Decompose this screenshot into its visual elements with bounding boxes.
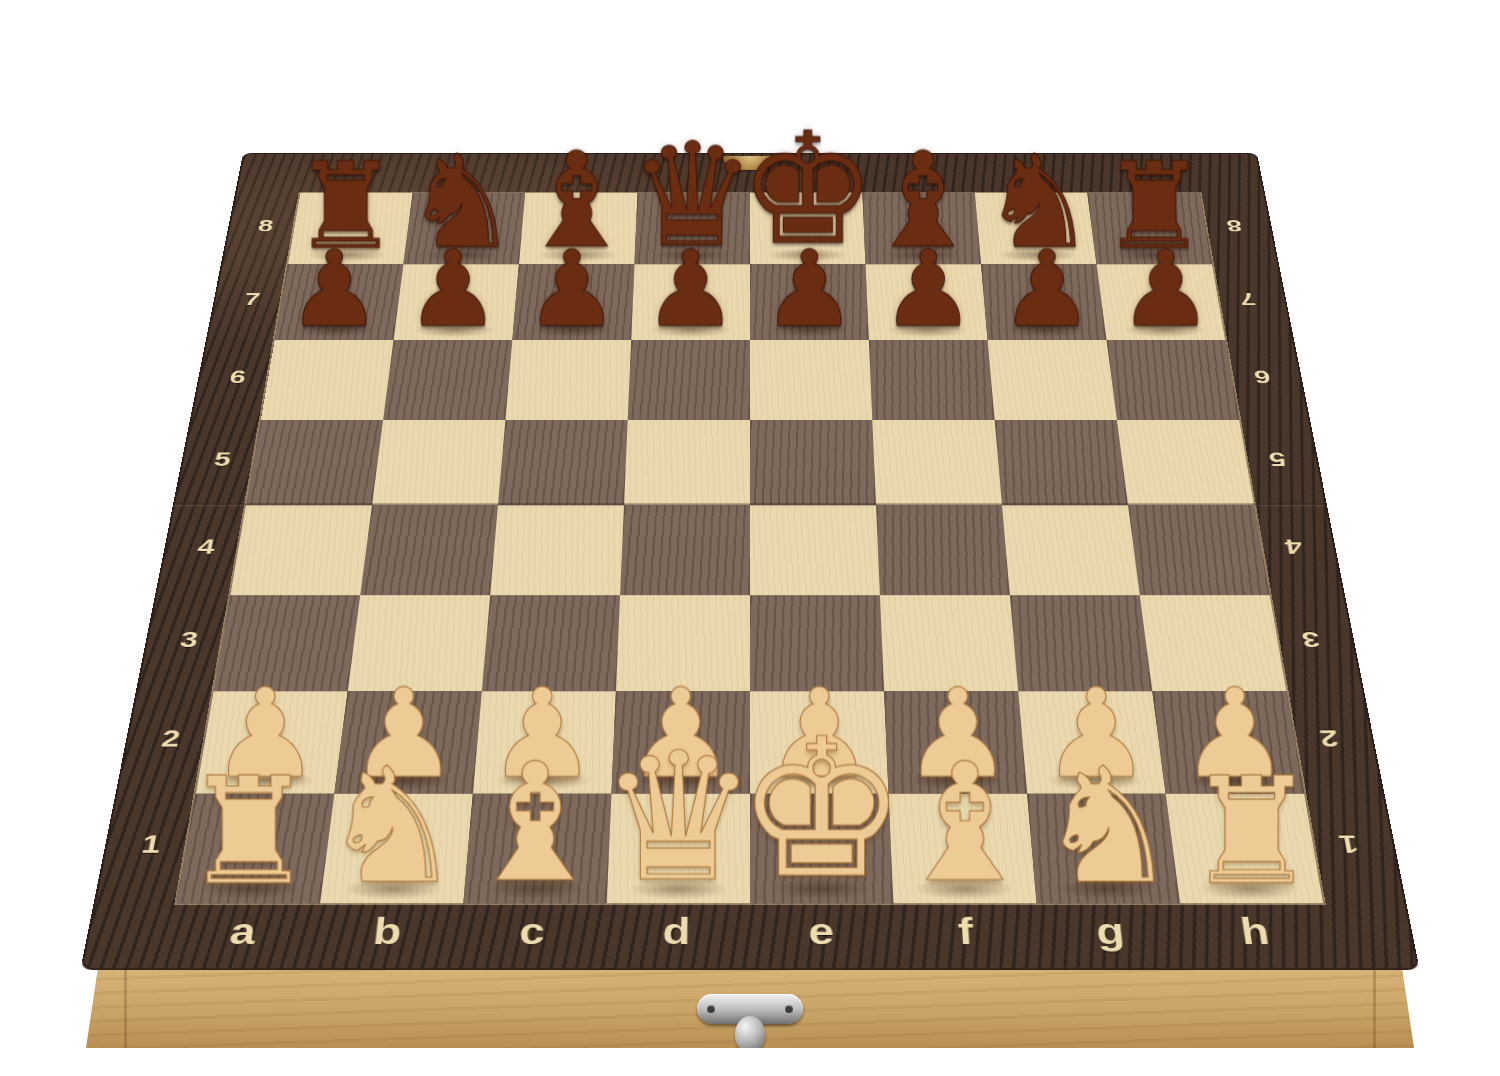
rank-label-right-6: 6	[1246, 366, 1279, 388]
square-a7[interactable]: ♟	[275, 264, 404, 340]
square-b1[interactable]: ♞	[320, 794, 473, 903]
chess-board: ♜♞♝♛♚♝♞♜♟♟♟♟♟♟♟♟♟♟♟♟♟♟♟♟♜♞♝♛♚♝♞♜	[177, 193, 1324, 904]
rank-label-left-4: 4	[189, 534, 224, 558]
rank-label-right-8: 8	[1219, 216, 1250, 235]
square-c7[interactable]: ♟	[512, 264, 634, 340]
file-label-f: f	[942, 911, 991, 952]
file-label-a: a	[217, 911, 269, 952]
square-h5[interactable]	[1117, 420, 1254, 505]
white-knight-b1[interactable]: ♞	[321, 750, 464, 901]
file-label-e: e	[798, 911, 845, 952]
square-f1[interactable]: ♝	[889, 794, 1037, 903]
rank-label-left-5: 5	[206, 448, 240, 471]
black-pawn-c7[interactable]: ♟	[525, 238, 620, 338]
square-a4[interactable]	[230, 505, 372, 595]
rank-label-left-6: 6	[221, 366, 254, 388]
square-a1[interactable]: ♜	[177, 794, 335, 903]
square-g7[interactable]: ♟	[981, 264, 1106, 340]
square-a5[interactable]	[246, 420, 383, 505]
square-e1[interactable]: ♚	[750, 794, 893, 903]
square-e5[interactable]	[750, 420, 876, 505]
rank-label-right-1: 1	[1329, 829, 1368, 858]
folding-chess-board: ♜♞♝♛♚♝♞♜♟♟♟♟♟♟♟♟♟♟♟♟♟♟♟♟♜♞♝♛♚♝♞♜ 8765432…	[83, 154, 1417, 968]
rank-label-left-3: 3	[171, 627, 207, 653]
file-label-b: b	[362, 911, 412, 952]
square-c4[interactable]	[490, 505, 624, 595]
square-e4[interactable]	[750, 505, 880, 595]
file-label-g: g	[1085, 911, 1135, 952]
square-b6[interactable]	[383, 340, 512, 420]
rank-label-right-7: 7	[1232, 289, 1264, 309]
square-d5[interactable]	[624, 420, 750, 505]
rank-label-right-4: 4	[1276, 534, 1311, 558]
square-d7[interactable]: ♟	[631, 264, 750, 340]
square-e7[interactable]: ♟	[750, 264, 869, 340]
square-g5[interactable]	[995, 420, 1128, 505]
rank-label-left-1: 1	[132, 829, 171, 858]
rank-label-right-5: 5	[1261, 448, 1295, 471]
square-a6[interactable]	[261, 340, 394, 420]
file-label-d: d	[653, 911, 700, 952]
black-pawn-d7[interactable]: ♟	[643, 238, 738, 338]
square-g6[interactable]	[988, 340, 1117, 420]
square-c6[interactable]	[505, 340, 631, 420]
rank-label-left-8: 8	[250, 216, 281, 235]
black-pawn-f7[interactable]: ♟	[881, 238, 976, 338]
square-f4[interactable]	[876, 505, 1010, 595]
square-g1[interactable]: ♞	[1027, 794, 1180, 903]
white-knight-g1[interactable]: ♞	[1037, 750, 1180, 901]
square-c1[interactable]: ♝	[463, 794, 611, 903]
black-pawn-a7[interactable]: ♟	[287, 238, 382, 338]
square-e6[interactable]	[750, 340, 872, 420]
square-b7[interactable]: ♟	[394, 264, 519, 340]
square-h7[interactable]: ♟	[1097, 264, 1226, 340]
rank-label-right-3: 3	[1293, 627, 1329, 653]
white-rook-a1[interactable]: ♜	[182, 761, 314, 901]
square-h1[interactable]: ♜	[1166, 794, 1324, 903]
file-label-h: h	[1229, 911, 1281, 952]
rank-label-left-7: 7	[236, 289, 268, 309]
white-queen-d1[interactable]: ♛	[599, 733, 758, 901]
white-rook-h1[interactable]: ♜	[1185, 761, 1317, 901]
square-d1[interactable]: ♛	[607, 794, 750, 903]
square-d6[interactable]	[628, 340, 750, 420]
black-pawn-b7[interactable]: ♟	[406, 238, 501, 338]
board-scene: ♜♞♝♛♚♝♞♜♟♟♟♟♟♟♟♟♟♟♟♟♟♟♟♟♜♞♝♛♚♝♞♜ 8765432…	[175, 0, 1325, 1076]
black-pawn-g7[interactable]: ♟	[1000, 238, 1095, 338]
white-king-e1[interactable]: ♚	[736, 720, 907, 901]
file-label-c: c	[508, 911, 557, 952]
black-pawn-e7[interactable]: ♟	[762, 238, 857, 338]
black-pawn-h7[interactable]: ♟	[1118, 238, 1213, 338]
square-h6[interactable]	[1106, 340, 1239, 420]
square-g4[interactable]	[1002, 505, 1140, 595]
square-c5[interactable]	[498, 420, 628, 505]
square-b5[interactable]	[372, 420, 505, 505]
white-bishop-c1[interactable]: ♝	[462, 746, 609, 902]
square-h4[interactable]	[1128, 505, 1270, 595]
white-bishop-f1[interactable]: ♝	[891, 746, 1038, 902]
square-d4[interactable]	[620, 505, 750, 595]
square-b4[interactable]	[360, 505, 498, 595]
square-f5[interactable]	[872, 420, 1002, 505]
square-f6[interactable]	[869, 340, 995, 420]
square-f7[interactable]: ♟	[866, 264, 988, 340]
chess-set-photo: ♜♞♝♛♚♝♞♜♟♟♟♟♟♟♟♟♟♟♟♟♟♟♟♟♜♞♝♛♚♝♞♜ 8765432…	[0, 0, 1500, 1076]
